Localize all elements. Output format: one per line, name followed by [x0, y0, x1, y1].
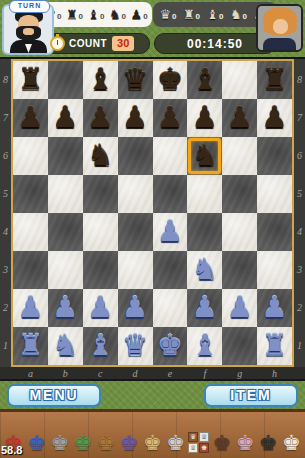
square-d2[interactable]: ♟ — [118, 289, 153, 327]
rank-label-7: 7 — [294, 99, 305, 137]
square-c6[interactable]: ♞ — [83, 137, 118, 175]
square-e1[interactable]: ♚ — [153, 327, 188, 365]
square-g6[interactable] — [222, 137, 257, 175]
square-f7[interactable]: ♟ — [187, 99, 222, 137]
piece-white-rook[interactable]: ♜ — [13, 327, 48, 364]
rank-label-2: 2 — [294, 289, 305, 327]
rank-labels-right: 87654321 — [294, 59, 305, 367]
queen-icon: ♛ — [159, 8, 171, 21]
rank-label-2: 2 — [0, 289, 11, 327]
square-a7[interactable]: ♟ — [13, 99, 48, 137]
piece-white-pawn[interactable]: ♟ — [48, 289, 83, 326]
square-h8[interactable]: ♜ — [257, 61, 292, 99]
square-a5[interactable] — [13, 175, 48, 213]
square-b2[interactable]: ♟ — [48, 289, 83, 327]
square-e3[interactable] — [153, 251, 188, 289]
piece-white-queen[interactable]: ♛ — [118, 327, 153, 364]
square-a2[interactable]: ♟ — [13, 289, 48, 327]
piece-white-pawn[interactable]: ♟ — [257, 289, 292, 326]
pieceset-doll-purple[interactable]: ♚ — [119, 433, 140, 454]
avatar-face — [273, 19, 288, 34]
pieceset-royal-blue[interactable]: ♚ — [26, 433, 47, 454]
pieceset-cat-green[interactable]: ♚ — [72, 433, 93, 454]
capture-count: 0 — [100, 12, 104, 21]
square-g2[interactable]: ♟ — [222, 289, 257, 327]
file-label-b: b — [48, 367, 83, 379]
capture-count: 0 — [79, 12, 83, 21]
square-b4[interactable] — [48, 213, 83, 251]
square-b3[interactable] — [48, 251, 83, 289]
square-g7[interactable]: ♟ — [222, 99, 257, 137]
square-h6[interactable] — [257, 137, 292, 175]
rank-label-7: 7 — [0, 99, 11, 137]
rank-label-3: 3 — [0, 251, 11, 289]
pieceset-classic-pink[interactable]: ♚ — [235, 433, 256, 454]
piece-black-rook[interactable]: ♜ — [13, 61, 48, 98]
chess-board: ♜♝♛♚♝♜♟♟♟♟♟♟♟♟♞♞♟♞♟♟♟♟♟♟♟♜♞♝♛♚♝♜ — [13, 61, 292, 365]
capture-count: 0 — [196, 12, 200, 21]
file-label-h: h — [257, 367, 292, 379]
square-b7[interactable]: ♟ — [48, 99, 83, 137]
bishop-icon: ♝ — [87, 8, 99, 21]
piece-black-knight[interactable]: ♞ — [83, 137, 118, 174]
captured-pawn-counter: ♟0 — [130, 8, 147, 21]
square-f8[interactable]: ♝ — [187, 61, 222, 99]
square-d6[interactable] — [118, 137, 153, 175]
tile-piece-icon: ♕ — [199, 432, 209, 442]
piece-black-pawn[interactable]: ♟ — [118, 99, 153, 136]
captured-bishop-counter: ♝0 — [87, 8, 104, 21]
piece-set-tray: ♚♚♚♚♚♚♚♚♛♕♕♚♚♚♚♚ — [0, 409, 305, 458]
count-value-badge: 30 — [112, 36, 134, 51]
rook-icon: ♜ — [66, 8, 78, 21]
piece-black-rook[interactable]: ♜ — [257, 61, 292, 98]
piece-white-pawn[interactable]: ♟ — [83, 289, 118, 326]
tile-piece-icon: ♕ — [188, 443, 198, 453]
square-c8[interactable]: ♝ — [83, 61, 118, 99]
square-e6[interactable] — [153, 137, 188, 175]
square-a4[interactable] — [13, 213, 48, 251]
square-a1[interactable]: ♜ — [13, 327, 48, 365]
piece-white-pawn[interactable]: ♟ — [13, 289, 48, 326]
piece-black-knight[interactable]: ♞ — [187, 137, 222, 174]
captured-black-pieces-panel: ♛0♜0♝0♞0♟0 — [40, 2, 152, 27]
square-f1[interactable]: ♝ — [187, 327, 222, 365]
captured-queen-counter: ♛0 — [159, 8, 176, 21]
square-h3[interactable] — [257, 251, 292, 289]
square-g5[interactable] — [222, 175, 257, 213]
count-label: COUNT — [69, 38, 107, 49]
square-f4[interactable] — [187, 213, 222, 251]
square-e4[interactable]: ♟ — [153, 213, 188, 251]
piece-black-pawn[interactable]: ♟ — [222, 99, 257, 136]
piece-black-pawn[interactable]: ♟ — [83, 99, 118, 136]
pieceset-doll-gold[interactable]: ♚ — [96, 433, 117, 454]
rank-label-4: 4 — [0, 213, 11, 251]
piece-black-pawn[interactable]: ♟ — [187, 99, 222, 136]
rank-label-1: 1 — [294, 327, 305, 365]
square-g4[interactable] — [222, 213, 257, 251]
rank-label-8: 8 — [0, 61, 11, 99]
file-label-f: f — [187, 367, 222, 379]
stopwatch-icon — [50, 36, 65, 51]
capture-count: 0 — [243, 12, 247, 21]
player-avatar-black[interactable] — [256, 4, 303, 52]
square-f2[interactable]: ♟ — [187, 289, 222, 327]
rook-icon: ♜ — [183, 8, 195, 21]
piece-black-pawn[interactable]: ♟ — [257, 99, 292, 136]
square-c7[interactable]: ♟ — [83, 99, 118, 137]
file-label-e: e — [153, 367, 188, 379]
file-label-g: g — [222, 367, 257, 379]
chess-board-frame: 87654321 ♜♝♛♚♝♜♟♟♟♟♟♟♟♟♞♞♟♞♟♟♟♟♟♟♟♜♞♝♛♚♝… — [0, 57, 305, 381]
square-g1[interactable] — [222, 327, 257, 365]
square-h1[interactable]: ♜ — [257, 327, 292, 365]
file-label-a: a — [13, 367, 48, 379]
square-h5[interactable] — [257, 175, 292, 213]
square-f3[interactable]: ♞ — [187, 251, 222, 289]
capture-count: 0 — [219, 12, 223, 21]
square-h4[interactable] — [257, 213, 292, 251]
game-timer: 00:14:50 — [187, 37, 243, 51]
square-h2[interactable]: ♟ — [257, 289, 292, 327]
rank-label-4: 4 — [294, 213, 305, 251]
piece-white-pawn[interactable]: ♟ — [153, 213, 188, 250]
rank-label-1: 1 — [0, 327, 11, 365]
pieceset-cat-red[interactable]: ♚ — [49, 433, 70, 454]
knight-icon: ♞ — [230, 8, 242, 21]
square-f5[interactable] — [187, 175, 222, 213]
square-d1[interactable]: ♛ — [118, 327, 153, 365]
square-b1[interactable]: ♞ — [48, 327, 83, 365]
piece-white-king[interactable]: ♚ — [153, 327, 188, 364]
piece-white-bishop[interactable]: ♝ — [187, 327, 222, 364]
square-g3[interactable] — [222, 251, 257, 289]
bishop-icon: ♝ — [206, 8, 218, 21]
piece-black-king[interactable]: ♚ — [153, 61, 188, 98]
capture-count: 0 — [143, 12, 147, 21]
square-h7[interactable]: ♟ — [257, 99, 292, 137]
square-a8[interactable]: ♜ — [13, 61, 48, 99]
piece-white-rook[interactable]: ♜ — [257, 327, 292, 364]
file-label-d: d — [118, 367, 153, 379]
rank-label-5: 5 — [294, 175, 305, 213]
knight-icon: ♞ — [109, 8, 121, 21]
piece-black-pawn[interactable]: ♟ — [13, 99, 48, 136]
square-e7[interactable]: ♟ — [153, 99, 188, 137]
square-c2[interactable]: ♟ — [83, 289, 118, 327]
square-c1[interactable]: ♝ — [83, 327, 118, 365]
pieceset-flat-tiles[interactable]: ♛♕♕♚ — [188, 432, 209, 454]
avatar-mouth — [23, 28, 34, 35]
piece-white-knight[interactable]: ♞ — [187, 251, 222, 288]
pieceset-classic-white[interactable]: ♚ — [281, 433, 302, 454]
piece-black-pawn[interactable]: ♟ — [153, 99, 188, 136]
fps-counter: 58.8 — [1, 444, 22, 456]
capture-count: 0 — [172, 12, 176, 21]
captured-rook-counter: ♜0 — [183, 8, 200, 21]
piece-black-queen[interactable]: ♛ — [118, 61, 153, 98]
square-d5[interactable] — [118, 175, 153, 213]
square-d7[interactable]: ♟ — [118, 99, 153, 137]
captured-rook-counter: ♜0 — [66, 8, 83, 21]
captured-knight-counter: ♞0 — [109, 8, 126, 21]
piece-white-pawn[interactable]: ♟ — [187, 289, 222, 326]
square-d4[interactable] — [118, 213, 153, 251]
pawn-icon: ♟ — [130, 8, 142, 21]
pieceset-classic-silver[interactable]: ♚ — [165, 433, 186, 454]
tile-piece-icon: ♛ — [188, 432, 198, 442]
piece-black-bishop[interactable]: ♝ — [187, 61, 222, 98]
square-c5[interactable] — [83, 175, 118, 213]
piece-white-knight[interactable]: ♞ — [48, 327, 83, 364]
square-e5[interactable] — [153, 175, 188, 213]
tile-piece-icon: ♚ — [199, 443, 209, 453]
capture-count: 0 — [122, 12, 126, 21]
rank-label-6: 6 — [294, 137, 305, 175]
captured-bishop-counter: ♝0 — [206, 8, 223, 21]
piece-black-pawn[interactable]: ♟ — [48, 99, 83, 136]
square-a6[interactable] — [13, 137, 48, 175]
piece-white-pawn[interactable]: ♟ — [118, 289, 153, 326]
game-screen: TURN ♛0♜0♝0♞0♟0 ♛0♜0♝0♞0♟0 COUNT 30 00:1… — [0, 0, 305, 458]
square-b6[interactable] — [48, 137, 83, 175]
square-d8[interactable]: ♛ — [118, 61, 153, 99]
piece-white-bishop[interactable]: ♝ — [83, 327, 118, 364]
square-b8[interactable] — [48, 61, 83, 99]
rank-label-6: 6 — [0, 137, 11, 175]
menu-button[interactable]: MENU — [7, 384, 101, 407]
capture-count: 0 — [57, 12, 61, 21]
captured-knight-counter: ♞0 — [230, 8, 247, 21]
square-e8[interactable]: ♚ — [153, 61, 188, 99]
board-gold-border: ♜♝♛♚♝♜♟♟♟♟♟♟♟♟♞♞♟♞♟♟♟♟♟♟♟♜♞♝♛♚♝♜ — [11, 59, 294, 367]
square-b5[interactable] — [48, 175, 83, 213]
pieceset-classic-tan[interactable]: ♚ — [142, 433, 163, 454]
square-c3[interactable] — [83, 251, 118, 289]
file-label-c: c — [83, 367, 118, 379]
rank-labels-left: 87654321 — [0, 59, 11, 367]
file-labels: abcdefgh — [0, 367, 305, 381]
square-a3[interactable] — [13, 251, 48, 289]
square-e2[interactable] — [153, 289, 188, 327]
square-c4[interactable] — [83, 213, 118, 251]
pieceset-classic-black[interactable]: ♚ — [258, 433, 279, 454]
item-button[interactable]: ITEM — [204, 384, 298, 407]
piece-black-bishop[interactable]: ♝ — [83, 61, 118, 98]
rank-label-3: 3 — [294, 251, 305, 289]
pieceset-classic-darkwood[interactable]: ♚ — [211, 433, 232, 454]
rank-label-8: 8 — [294, 61, 305, 99]
avatar-suit — [263, 38, 296, 50]
square-g8[interactable] — [222, 61, 257, 99]
rank-label-5: 5 — [0, 175, 11, 213]
square-f6[interactable]: ♞ — [187, 137, 222, 175]
square-d3[interactable] — [118, 251, 153, 289]
piece-white-pawn[interactable]: ♟ — [222, 289, 257, 326]
turn-indicator-badge: TURN — [9, 0, 50, 13]
